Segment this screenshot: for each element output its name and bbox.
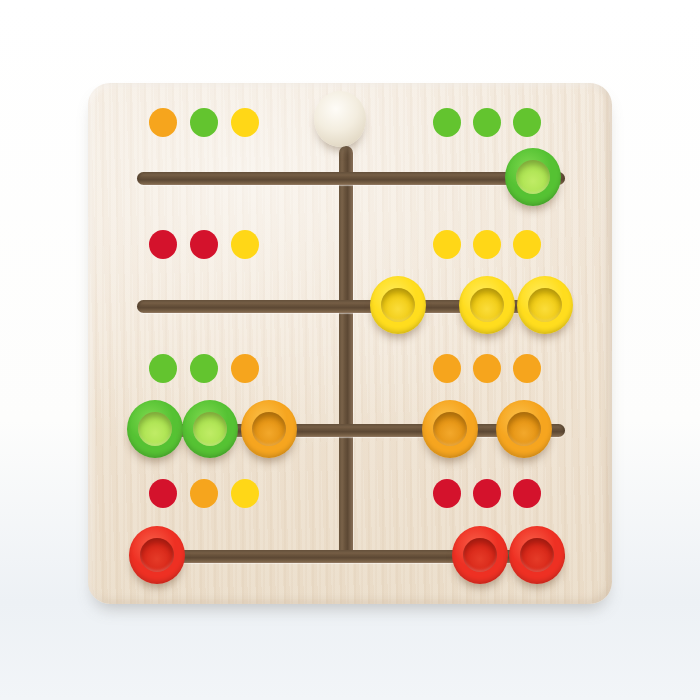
peg-green[interactable]: [505, 148, 561, 206]
pattern-dot-orange: [473, 354, 501, 383]
peg-recess: [433, 412, 467, 446]
pattern-dot-red: [473, 479, 501, 508]
pattern-dot-yellow: [231, 108, 259, 137]
peg-recess: [520, 538, 554, 572]
pattern-dot-red: [149, 230, 177, 259]
peg-recess: [516, 160, 550, 194]
white-ball-knob[interactable]: [314, 91, 366, 147]
pattern-dot-orange: [231, 354, 259, 383]
slot-row-1: [137, 172, 565, 185]
pattern-dot-red: [149, 479, 177, 508]
peg-green[interactable]: [182, 400, 238, 458]
pattern-dot-yellow: [231, 479, 259, 508]
peg-red[interactable]: [129, 526, 185, 584]
pattern-dot-green: [433, 108, 461, 137]
pattern-dot-orange: [433, 354, 461, 383]
scene: [0, 0, 700, 700]
peg-recess: [138, 412, 172, 446]
peg-orange[interactable]: [496, 400, 552, 458]
board: [88, 83, 612, 604]
peg-yellow[interactable]: [517, 276, 573, 334]
peg-recess: [507, 412, 541, 446]
peg-red[interactable]: [509, 526, 565, 584]
pattern-dot-orange: [149, 108, 177, 137]
peg-recess: [252, 412, 286, 446]
pattern-dot-red: [513, 479, 541, 508]
peg-recess: [528, 288, 562, 322]
peg-red[interactable]: [452, 526, 508, 584]
pattern-dot-red: [190, 230, 218, 259]
peg-recess: [193, 412, 227, 446]
peg-yellow[interactable]: [459, 276, 515, 334]
peg-recess: [140, 538, 174, 572]
peg-green[interactable]: [127, 400, 183, 458]
pattern-dot-green: [473, 108, 501, 137]
pattern-dot-green: [190, 108, 218, 137]
pattern-dot-yellow: [513, 230, 541, 259]
pattern-dot-green: [513, 108, 541, 137]
pattern-dot-green: [149, 354, 177, 383]
pattern-dot-yellow: [473, 230, 501, 259]
peg-recess: [470, 288, 504, 322]
peg-recess: [381, 288, 415, 322]
pattern-dot-red: [433, 479, 461, 508]
pattern-dot-orange: [190, 479, 218, 508]
peg-recess: [463, 538, 497, 572]
pattern-dot-yellow: [231, 230, 259, 259]
pattern-dot-yellow: [433, 230, 461, 259]
peg-yellow[interactable]: [370, 276, 426, 334]
center-groove: [339, 146, 353, 562]
pattern-dot-green: [190, 354, 218, 383]
peg-orange[interactable]: [241, 400, 297, 458]
peg-orange[interactable]: [422, 400, 478, 458]
pattern-dot-orange: [513, 354, 541, 383]
